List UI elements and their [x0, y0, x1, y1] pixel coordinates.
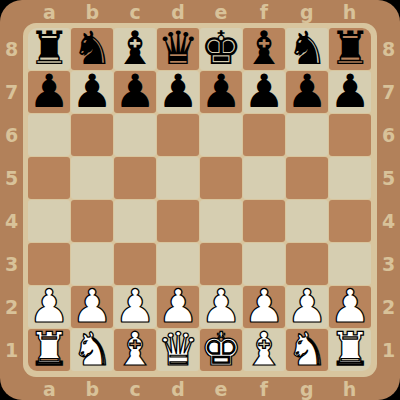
file-label-e: e: [200, 0, 243, 23]
square-h5[interactable]: [329, 157, 371, 199]
rank-label-5: 5: [377, 157, 400, 200]
square-b4[interactable]: [71, 200, 113, 242]
file-label-b: b: [71, 0, 114, 23]
square-a7[interactable]: ♟: [28, 71, 70, 113]
square-c1[interactable]: ♝: [114, 329, 156, 371]
square-h6[interactable]: [329, 114, 371, 156]
white-knight[interactable]: ♞: [71, 326, 112, 372]
file-labels-bottom: abcdefgh: [28, 377, 371, 400]
square-d1[interactable]: ♛: [157, 329, 199, 371]
square-c5[interactable]: [114, 157, 156, 199]
square-e5[interactable]: [200, 157, 242, 199]
square-f7[interactable]: ♟: [243, 71, 285, 113]
square-a6[interactable]: [28, 114, 70, 156]
rank-label-1: 1: [377, 328, 400, 371]
file-label-h: h: [328, 0, 371, 23]
file-label-f: f: [242, 377, 285, 400]
square-e4[interactable]: [200, 200, 242, 242]
rank-labels-right: 87654321: [377, 28, 400, 371]
black-pawn[interactable]: ♟: [286, 68, 327, 114]
rank-label-2: 2: [0, 285, 23, 328]
black-pawn[interactable]: ♟: [71, 68, 112, 114]
square-f4[interactable]: [243, 200, 285, 242]
file-label-b: b: [71, 377, 114, 400]
file-label-e: e: [200, 377, 243, 400]
square-d7[interactable]: ♟: [157, 71, 199, 113]
rank-label-6: 6: [0, 114, 23, 157]
square-h4[interactable]: [329, 200, 371, 242]
square-h1[interactable]: ♜: [329, 329, 371, 371]
square-b1[interactable]: ♞: [71, 329, 113, 371]
black-pawn[interactable]: ♟: [28, 68, 69, 114]
rank-label-3: 3: [377, 242, 400, 285]
rank-labels-left: 87654321: [0, 28, 23, 371]
square-d4[interactable]: [157, 200, 199, 242]
square-g4[interactable]: [286, 200, 328, 242]
square-g7[interactable]: ♟: [286, 71, 328, 113]
chess-board: ♜♞♝♛♚♝♞♜♟♟♟♟♟♟♟♟♟♟♟♟♟♟♟♟♜♞♝♛♚♝♞♜: [28, 28, 371, 371]
square-a5[interactable]: [28, 157, 70, 199]
black-pawn[interactable]: ♟: [243, 68, 284, 114]
square-c4[interactable]: [114, 200, 156, 242]
black-pawn[interactable]: ♟: [329, 68, 370, 114]
square-d6[interactable]: [157, 114, 199, 156]
black-pawn[interactable]: ♟: [200, 68, 241, 114]
square-a1[interactable]: ♜: [28, 329, 70, 371]
file-label-g: g: [285, 0, 328, 23]
file-label-d: d: [157, 377, 200, 400]
file-label-c: c: [114, 377, 157, 400]
file-label-d: d: [157, 0, 200, 23]
file-label-g: g: [285, 377, 328, 400]
white-queen[interactable]: ♛: [157, 326, 198, 372]
white-king[interactable]: ♚: [200, 326, 241, 372]
white-rook[interactable]: ♜: [329, 326, 370, 372]
square-b5[interactable]: [71, 157, 113, 199]
white-bishop[interactable]: ♝: [243, 326, 284, 372]
board-frame: ♜♞♝♛♚♝♞♜♟♟♟♟♟♟♟♟♟♟♟♟♟♟♟♟♜♞♝♛♚♝♞♜ abcdefg…: [0, 0, 400, 400]
square-e6[interactable]: [200, 114, 242, 156]
square-e1[interactable]: ♚: [200, 329, 242, 371]
rank-label-7: 7: [0, 71, 23, 114]
rank-label-6: 6: [377, 114, 400, 157]
square-f5[interactable]: [243, 157, 285, 199]
file-labels-top: abcdefgh: [28, 0, 371, 23]
rank-label-5: 5: [0, 157, 23, 200]
rank-label-2: 2: [377, 285, 400, 328]
rank-label-7: 7: [377, 71, 400, 114]
square-h7[interactable]: ♟: [329, 71, 371, 113]
square-c7[interactable]: ♟: [114, 71, 156, 113]
square-d5[interactable]: [157, 157, 199, 199]
white-bishop[interactable]: ♝: [114, 326, 155, 372]
square-g6[interactable]: [286, 114, 328, 156]
file-label-c: c: [114, 0, 157, 23]
square-f6[interactable]: [243, 114, 285, 156]
rank-label-1: 1: [0, 328, 23, 371]
rank-label-3: 3: [0, 242, 23, 285]
file-label-h: h: [328, 377, 371, 400]
rank-label-4: 4: [0, 200, 23, 243]
file-label-a: a: [28, 0, 71, 23]
rank-label-8: 8: [377, 28, 400, 71]
square-f1[interactable]: ♝: [243, 329, 285, 371]
black-pawn[interactable]: ♟: [157, 68, 198, 114]
square-e7[interactable]: ♟: [200, 71, 242, 113]
white-rook[interactable]: ♜: [28, 326, 69, 372]
square-g1[interactable]: ♞: [286, 329, 328, 371]
black-pawn[interactable]: ♟: [114, 68, 155, 114]
square-c6[interactable]: [114, 114, 156, 156]
rank-label-4: 4: [377, 200, 400, 243]
square-b6[interactable]: [71, 114, 113, 156]
square-a4[interactable]: [28, 200, 70, 242]
file-label-f: f: [242, 0, 285, 23]
file-label-a: a: [28, 377, 71, 400]
square-g5[interactable]: [286, 157, 328, 199]
white-knight[interactable]: ♞: [286, 326, 327, 372]
rank-label-8: 8: [0, 28, 23, 71]
square-b7[interactable]: ♟: [71, 71, 113, 113]
